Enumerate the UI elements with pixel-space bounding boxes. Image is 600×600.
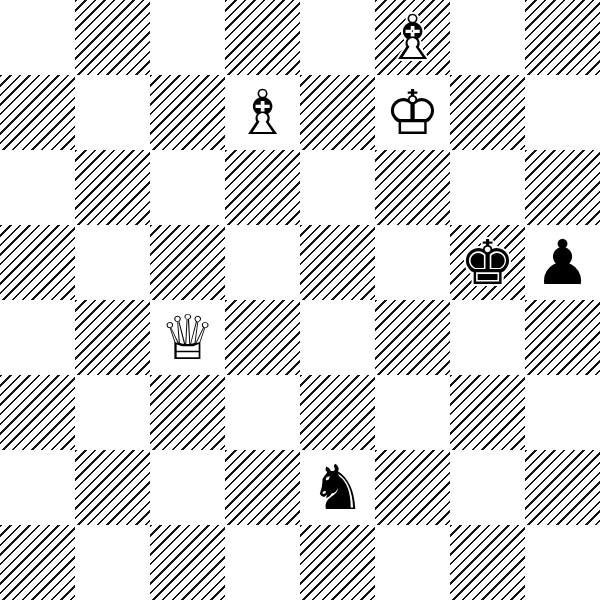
white-king-f7[interactable]: ♚♔ <box>375 75 450 150</box>
square-c5[interactable] <box>150 225 225 300</box>
square-a6[interactable] <box>0 150 75 225</box>
square-e4[interactable] <box>300 300 375 375</box>
square-b8[interactable] <box>75 0 150 75</box>
square-c6[interactable] <box>150 150 225 225</box>
square-h1[interactable] <box>525 525 600 600</box>
square-d3[interactable] <box>225 375 300 450</box>
square-f7[interactable]: ♚♔ <box>375 75 450 150</box>
square-a8[interactable] <box>0 0 75 75</box>
square-g1[interactable] <box>450 525 525 600</box>
black-pawn-glyph: ♟ <box>525 225 600 300</box>
white-queen-c4[interactable]: ♛♕ <box>150 300 225 375</box>
square-d7[interactable]: ♝♗ <box>225 75 300 150</box>
square-c2[interactable] <box>150 450 225 525</box>
square-d5[interactable] <box>225 225 300 300</box>
square-c3[interactable] <box>150 375 225 450</box>
square-a5[interactable] <box>0 225 75 300</box>
square-a4[interactable] <box>0 300 75 375</box>
white-bishop-glyph: ♗ <box>225 75 300 150</box>
square-d6[interactable] <box>225 150 300 225</box>
chess-diagram: ♝♗♝♗♚♔♚♚♟♟♛♕♞♞ <box>0 0 600 600</box>
square-b3[interactable] <box>75 375 150 450</box>
black-king-g5[interactable]: ♚♚ <box>450 225 525 300</box>
chess-board: ♝♗♝♗♚♔♚♚♟♟♛♕♞♞ <box>0 0 600 600</box>
square-e8[interactable] <box>300 0 375 75</box>
white-king-glyph: ♔ <box>375 75 450 150</box>
square-a7[interactable] <box>0 75 75 150</box>
square-b6[interactable] <box>75 150 150 225</box>
white-bishop-d7[interactable]: ♝♗ <box>225 75 300 150</box>
white-bishop-f8[interactable]: ♝♗ <box>375 0 450 75</box>
square-d1[interactable] <box>225 525 300 600</box>
square-h2[interactable] <box>525 450 600 525</box>
square-f3[interactable] <box>375 375 450 450</box>
square-g6[interactable] <box>450 150 525 225</box>
square-f6[interactable] <box>375 150 450 225</box>
square-e5[interactable] <box>300 225 375 300</box>
white-bishop-glyph: ♗ <box>375 0 450 75</box>
square-e3[interactable] <box>300 375 375 450</box>
square-e7[interactable] <box>300 75 375 150</box>
square-f8[interactable]: ♝♗ <box>375 0 450 75</box>
square-b2[interactable] <box>75 450 150 525</box>
black-pawn-h5[interactable]: ♟♟ <box>525 225 600 300</box>
square-f2[interactable] <box>375 450 450 525</box>
square-h8[interactable] <box>525 0 600 75</box>
square-f4[interactable] <box>375 300 450 375</box>
square-b4[interactable] <box>75 300 150 375</box>
square-g4[interactable] <box>450 300 525 375</box>
white-queen-glyph: ♕ <box>150 300 225 375</box>
square-f1[interactable] <box>375 525 450 600</box>
square-a1[interactable] <box>0 525 75 600</box>
square-f5[interactable] <box>375 225 450 300</box>
square-b5[interactable] <box>75 225 150 300</box>
square-b7[interactable] <box>75 75 150 150</box>
square-a2[interactable] <box>0 450 75 525</box>
square-h7[interactable] <box>525 75 600 150</box>
square-d2[interactable] <box>225 450 300 525</box>
square-h4[interactable] <box>525 300 600 375</box>
square-e1[interactable] <box>300 525 375 600</box>
square-e2[interactable]: ♞♞ <box>300 450 375 525</box>
square-d8[interactable] <box>225 0 300 75</box>
black-knight-glyph: ♞ <box>300 450 375 525</box>
square-h3[interactable] <box>525 375 600 450</box>
square-g2[interactable] <box>450 450 525 525</box>
square-g7[interactable] <box>450 75 525 150</box>
square-c4[interactable]: ♛♕ <box>150 300 225 375</box>
square-g5[interactable]: ♚♚ <box>450 225 525 300</box>
square-h5[interactable]: ♟♟ <box>525 225 600 300</box>
square-c7[interactable] <box>150 75 225 150</box>
square-b1[interactable] <box>75 525 150 600</box>
square-c8[interactable] <box>150 0 225 75</box>
black-knight-e2[interactable]: ♞♞ <box>300 450 375 525</box>
square-d4[interactable] <box>225 300 300 375</box>
square-h6[interactable] <box>525 150 600 225</box>
square-g3[interactable] <box>450 375 525 450</box>
square-g8[interactable] <box>450 0 525 75</box>
square-c1[interactable] <box>150 525 225 600</box>
black-king-glyph: ♚ <box>450 225 525 300</box>
square-a3[interactable] <box>0 375 75 450</box>
square-e6[interactable] <box>300 150 375 225</box>
